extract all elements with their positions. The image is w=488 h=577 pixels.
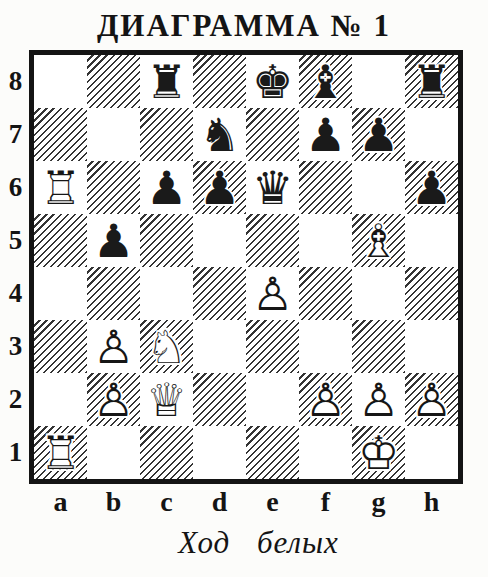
- square-f4: [299, 267, 352, 320]
- square-c2: ♛♕: [140, 373, 193, 426]
- black-pawn-glyph: ♟: [352, 108, 405, 161]
- square-b7: [87, 108, 140, 161]
- square-a2: [34, 373, 87, 426]
- square-d1: [193, 426, 246, 479]
- file-label-e: e: [246, 487, 299, 518]
- piece-black-knight: ♞: [193, 108, 246, 161]
- square-h5: [405, 214, 458, 267]
- white-knight-outline-glyph: ♘: [140, 320, 193, 373]
- piece-white-king: ♚♔: [352, 426, 405, 479]
- rank-label-8: 8: [2, 55, 29, 108]
- rank-label-7: 7: [2, 108, 29, 161]
- piece-black-pawn: ♟: [405, 161, 458, 214]
- square-c7: [140, 108, 193, 161]
- white-king-outline-glyph: ♔: [352, 426, 405, 479]
- square-h7: [405, 108, 458, 161]
- square-a7: [34, 108, 87, 161]
- square-g1: ♚♔: [352, 426, 405, 479]
- rank-label-1: 1: [2, 426, 29, 479]
- square-b3: ♟♙: [87, 320, 140, 373]
- square-f2: ♟♙: [299, 373, 352, 426]
- black-pawn-glyph: ♟: [193, 161, 246, 214]
- square-c3: ♞♘: [140, 320, 193, 373]
- piece-white-pawn: ♟♙: [405, 373, 458, 426]
- piece-white-knight: ♞♘: [140, 320, 193, 373]
- square-d7: ♞: [193, 108, 246, 161]
- square-a8: [34, 55, 87, 108]
- square-g6: [352, 161, 405, 214]
- file-label-c: c: [140, 487, 193, 518]
- white-rook-outline-glyph: ♖: [34, 426, 87, 479]
- square-b1: [87, 426, 140, 479]
- file-label-d: d: [193, 487, 246, 518]
- piece-black-pawn: ♟: [140, 161, 193, 214]
- piece-black-rook: ♜: [140, 55, 193, 108]
- square-b8: [87, 55, 140, 108]
- piece-white-bishop: ♝♗: [352, 214, 405, 267]
- black-knight-glyph: ♞: [193, 108, 246, 161]
- square-c6: ♟: [140, 161, 193, 214]
- rank-label-6: 6: [2, 161, 29, 214]
- file-label-f: f: [299, 487, 352, 518]
- square-f6: [299, 161, 352, 214]
- piece-black-pawn: ♟: [352, 108, 405, 161]
- diagram-title: ДИАГРАММА № 1: [0, 10, 488, 41]
- black-pawn-glyph: ♟: [87, 214, 140, 267]
- piece-white-pawn: ♟♙: [352, 373, 405, 426]
- piece-white-pawn: ♟♙: [299, 373, 352, 426]
- square-e1: [246, 426, 299, 479]
- square-a3: [34, 320, 87, 373]
- piece-white-pawn: ♟♙: [246, 267, 299, 320]
- square-b2: ♟♙: [87, 373, 140, 426]
- square-f1: [299, 426, 352, 479]
- white-bishop-outline-glyph: ♗: [352, 214, 405, 267]
- square-a4: [34, 267, 87, 320]
- square-e5: [246, 214, 299, 267]
- white-pawn-outline-glyph: ♙: [246, 267, 299, 320]
- black-rook-glyph: ♜: [405, 55, 458, 108]
- square-c5: [140, 214, 193, 267]
- square-e3: [246, 320, 299, 373]
- square-g8: [352, 55, 405, 108]
- square-f5: [299, 214, 352, 267]
- page: ДИАГРАММА № 1 87654321 ♜♚♝♜♞♟♟♜♖♟♟♛♟♟♝♗♟…: [0, 10, 488, 561]
- piece-black-queen: ♛: [246, 161, 299, 214]
- piece-white-rook: ♜♖: [34, 426, 87, 479]
- square-d2: [193, 373, 246, 426]
- rank-label-4: 4: [2, 267, 29, 320]
- file-label-a: a: [34, 487, 87, 518]
- chess-board: ♜♚♝♜♞♟♟♜♖♟♟♛♟♟♝♗♟♙♟♙♞♘♟♙♛♕♟♙♟♙♟♙♜♖♚♔: [29, 50, 463, 484]
- square-h3: [405, 320, 458, 373]
- white-pawn-outline-glyph: ♙: [299, 373, 352, 426]
- square-d5: [193, 214, 246, 267]
- square-e7: [246, 108, 299, 161]
- piece-white-rook: ♜♖: [34, 161, 87, 214]
- square-d3: [193, 320, 246, 373]
- black-bishop-glyph: ♝: [299, 55, 352, 108]
- square-h8: ♜: [405, 55, 458, 108]
- white-pawn-outline-glyph: ♙: [352, 373, 405, 426]
- square-g7: ♟: [352, 108, 405, 161]
- square-f8: ♝: [299, 55, 352, 108]
- board-area: 87654321 ♜♚♝♜♞♟♟♜♖♟♟♛♟♟♝♗♟♙♟♙♞♘♟♙♛♕♟♙♟♙♟…: [2, 50, 488, 484]
- file-label-b: b: [87, 487, 140, 518]
- rank-label-3: 3: [2, 320, 29, 373]
- square-g3: [352, 320, 405, 373]
- piece-black-king: ♚: [246, 55, 299, 108]
- rank-label-2: 2: [2, 373, 29, 426]
- piece-white-queen: ♛♕: [140, 373, 193, 426]
- square-a5: [34, 214, 87, 267]
- square-a6: ♜♖: [34, 161, 87, 214]
- square-e2: [246, 373, 299, 426]
- square-g4: [352, 267, 405, 320]
- square-b4: [87, 267, 140, 320]
- piece-black-pawn: ♟: [193, 161, 246, 214]
- white-pawn-outline-glyph: ♙: [87, 373, 140, 426]
- square-e4: ♟♙: [246, 267, 299, 320]
- piece-white-pawn: ♟♙: [87, 320, 140, 373]
- black-king-glyph: ♚: [246, 55, 299, 108]
- square-c4: [140, 267, 193, 320]
- square-d8: [193, 55, 246, 108]
- white-pawn-outline-glyph: ♙: [405, 373, 458, 426]
- square-h2: ♟♙: [405, 373, 458, 426]
- white-rook-outline-glyph: ♖: [34, 161, 87, 214]
- square-g5: ♝♗: [352, 214, 405, 267]
- square-h4: [405, 267, 458, 320]
- white-queen-outline-glyph: ♕: [140, 373, 193, 426]
- square-g2: ♟♙: [352, 373, 405, 426]
- square-h6: ♟: [405, 161, 458, 214]
- piece-black-pawn: ♟: [87, 214, 140, 267]
- side-to-move-caption: Ход белых: [29, 525, 488, 561]
- piece-white-pawn: ♟♙: [87, 373, 140, 426]
- piece-black-rook: ♜: [405, 55, 458, 108]
- square-e8: ♚: [246, 55, 299, 108]
- file-label-g: g: [352, 487, 405, 518]
- square-b6: [87, 161, 140, 214]
- square-a1: ♜♖: [34, 426, 87, 479]
- square-f7: ♟: [299, 108, 352, 161]
- square-b5: ♟: [87, 214, 140, 267]
- square-f3: [299, 320, 352, 373]
- square-d4: [193, 267, 246, 320]
- square-d6: ♟: [193, 161, 246, 214]
- file-label-h: h: [405, 487, 458, 518]
- black-rook-glyph: ♜: [140, 55, 193, 108]
- square-c8: ♜: [140, 55, 193, 108]
- rank-label-5: 5: [2, 214, 29, 267]
- black-pawn-glyph: ♟: [140, 161, 193, 214]
- black-queen-glyph: ♛: [246, 161, 299, 214]
- black-pawn-glyph: ♟: [405, 161, 458, 214]
- black-pawn-glyph: ♟: [299, 108, 352, 161]
- square-h1: [405, 426, 458, 479]
- square-c1: [140, 426, 193, 479]
- square-e6: ♛: [246, 161, 299, 214]
- piece-black-bishop: ♝: [299, 55, 352, 108]
- file-labels: abcdefgh: [34, 487, 488, 518]
- rank-labels: 87654321: [2, 50, 29, 484]
- white-pawn-outline-glyph: ♙: [87, 320, 140, 373]
- piece-black-pawn: ♟: [299, 108, 352, 161]
